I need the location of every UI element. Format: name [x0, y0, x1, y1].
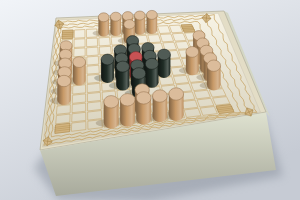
- piece-top: [120, 94, 135, 106]
- piece-top: [104, 96, 119, 108]
- piece-top: [101, 54, 114, 65]
- photo-scene: [0, 0, 300, 200]
- piece-top: [132, 68, 146, 79]
- piece-top: [98, 13, 109, 22]
- piece-top: [158, 49, 171, 60]
- piece-top: [207, 60, 221, 71]
- piece-top: [153, 90, 168, 102]
- piece-top: [186, 47, 199, 58]
- piece-top: [110, 12, 121, 21]
- piece-top: [122, 12, 133, 21]
- piece-top: [124, 20, 135, 29]
- piece-top: [134, 11, 145, 20]
- piece-top: [169, 88, 184, 100]
- hnefatafl-board-photo: [0, 0, 300, 200]
- piece-top: [136, 92, 151, 104]
- piece-top: [57, 75, 71, 86]
- piece-top: [145, 58, 158, 69]
- piece-top: [116, 61, 129, 72]
- piece-top: [147, 10, 158, 19]
- piece-top: [73, 57, 86, 68]
